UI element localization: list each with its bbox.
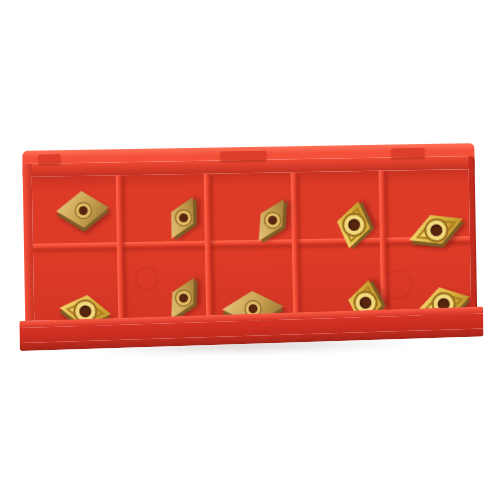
rim-latch-tab — [220, 151, 266, 161]
rim-latch-tab — [391, 148, 424, 158]
product-photo — [0, 0, 500, 500]
carbide-insert-top-row-1 — [54, 189, 110, 234]
rim-latch-tab — [38, 154, 60, 163]
insert-case — [22, 143, 477, 351]
insert-center-hole — [74, 202, 90, 218]
